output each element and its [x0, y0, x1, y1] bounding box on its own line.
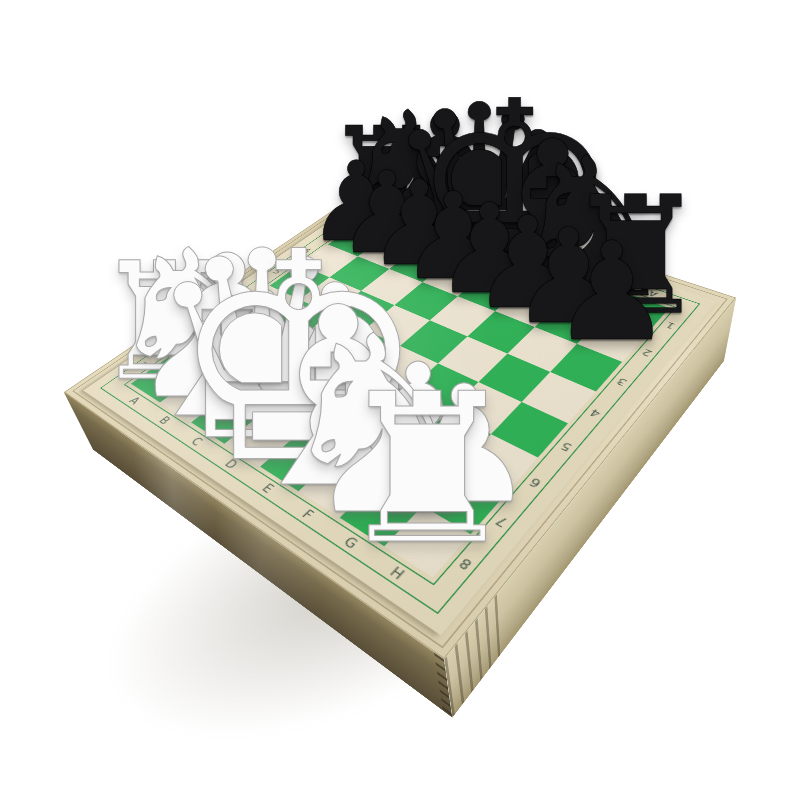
piece-black-pawn-h7[interactable]: ♟: [551, 224, 673, 360]
pieces-layer: ♜♞♝♛♚♝♞♜♟♟♟♟♟♟♟♟♟♟♟♟♟♟♟♟♜♞♝♛♚♝♞♜: [0, 0, 800, 800]
chess-box-photo: AH81BG72CF63DE54ED45FC36GB27HA18 ♜♞♝♛♚♝♞…: [0, 0, 800, 800]
piece-white-rook-h1[interactable]: ♜: [335, 366, 521, 573]
